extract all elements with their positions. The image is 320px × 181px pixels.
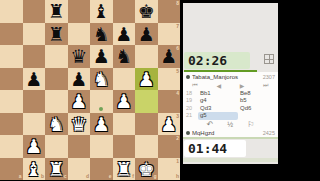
square-e3[interactable]: ♟ (90, 113, 113, 136)
square-e2[interactable] (90, 135, 113, 158)
square-h5[interactable]: 5 (158, 68, 181, 91)
top-player-rating: 2307 (263, 74, 275, 80)
move-list-card: ⏮ ◀ ▶ ⏭ 18Bb1Be819g4b520Qd3Qd621g5 ↶ ½ ⚐ (183, 81, 278, 128)
square-c2[interactable] (45, 135, 68, 158)
square-d5[interactable]: ♟ (68, 68, 91, 91)
chess-board[interactable]: ♜♝♚8♜♞♟♟7♛♟♞♟6♟♟♞♟5♟♟4♞♛♟♟3♟2a♝b♜cde♜f♚g… (0, 0, 180, 180)
white-knight: ♞ (90, 68, 113, 91)
white-pawn: ♟ (113, 90, 136, 113)
file-coordinate: e (109, 174, 112, 179)
file-coordinate: g (153, 174, 156, 179)
square-g5[interactable]: ♟ (135, 68, 158, 91)
black-rook: ♜ (45, 23, 68, 46)
rank-coordinate: 1 (176, 159, 179, 164)
square-f8[interactable] (113, 0, 136, 23)
white-move[interactable]: g5 (198, 112, 238, 119)
rank-coordinate: 5 (176, 69, 179, 74)
square-a4[interactable] (0, 90, 23, 113)
white-rook: ♜ (45, 158, 68, 181)
black-pawn: ♟ (23, 68, 46, 91)
black-pawn: ♟ (90, 45, 113, 68)
square-b1[interactable]: ♝b (23, 158, 46, 181)
file-coordinate: h (176, 174, 179, 179)
bottom-player-name[interactable]: MqHgzd (192, 130, 263, 136)
move-number: 18 (183, 90, 198, 97)
move-row: 19g4b5 (183, 97, 278, 104)
square-e4[interactable] (90, 90, 113, 113)
white-move[interactable]: g4 (198, 97, 238, 104)
last-move-button[interactable]: ⏭ (263, 82, 268, 89)
square-f6[interactable]: ♞ (113, 45, 136, 68)
square-d6[interactable]: ♛ (68, 45, 91, 68)
rank-coordinate: 3 (176, 114, 179, 119)
file-coordinate: b (41, 174, 44, 179)
square-d1[interactable]: d (68, 158, 91, 181)
move-number: 19 (183, 97, 198, 104)
square-b2[interactable]: ♟ (23, 135, 46, 158)
square-e6[interactable]: ♟ (90, 45, 113, 68)
square-a6[interactable] (0, 45, 23, 68)
square-c8[interactable]: ♜ (45, 0, 68, 23)
square-b8[interactable] (23, 0, 46, 23)
white-pawn: ♟ (158, 113, 181, 136)
square-g4[interactable] (135, 90, 158, 113)
square-h2[interactable]: 2 (158, 135, 181, 158)
square-g1[interactable]: ♚g (135, 158, 158, 181)
white-pawn: ♟ (68, 90, 91, 113)
white-pawn: ♟ (135, 68, 158, 91)
black-move[interactable]: Qd6 (238, 105, 278, 112)
white-pawn: ♟ (90, 113, 113, 136)
file-coordinate: d (86, 174, 89, 179)
square-a8[interactable] (0, 0, 23, 23)
white-rook: ♜ (113, 158, 136, 181)
square-b6[interactable] (23, 45, 46, 68)
move-row: 18Bb1Be8 (183, 90, 278, 97)
square-d8[interactable] (68, 0, 91, 23)
square-h6[interactable]: ♟6 (158, 45, 181, 68)
square-h3[interactable]: ♟3 (158, 113, 181, 136)
square-g6[interactable] (135, 45, 158, 68)
square-a1[interactable]: a (0, 158, 23, 181)
square-h1[interactable]: 1h (158, 158, 181, 181)
bottom-player-color-dot (186, 131, 190, 135)
black-knight: ♞ (90, 23, 113, 46)
square-b3[interactable] (23, 113, 46, 136)
square-e5[interactable]: ♞ (90, 68, 113, 91)
bottom-player-clock: 01:44 (184, 140, 246, 157)
square-g2[interactable] (135, 135, 158, 158)
white-pawn: ♟ (23, 135, 46, 158)
square-f2[interactable] (113, 135, 136, 158)
bottom-clock-progress-bar (183, 137, 278, 139)
side-panel: 02:26 Tabata_Manjoros 2307 ⏮ ◀ ▶ ⏭ 18Bb1… (183, 3, 278, 164)
move-list: 18Bb1Be819g4b520Qd3Qd621g5 (183, 90, 278, 120)
black-pawn: ♟ (113, 23, 136, 46)
square-f1[interactable]: ♜f (113, 158, 136, 181)
square-g3[interactable] (135, 113, 158, 136)
black-king: ♚ (135, 0, 158, 23)
move-row: 21g5 (183, 112, 278, 119)
white-bishop: ♝ (23, 158, 46, 181)
top-player-clock: 02:26 (184, 52, 250, 69)
square-b5[interactable]: ♟ (23, 68, 46, 91)
square-c7[interactable]: ♜ (45, 23, 68, 46)
square-c4[interactable] (45, 90, 68, 113)
square-f3[interactable] (113, 113, 136, 136)
white-king: ♚ (135, 158, 158, 181)
file-coordinate: a (19, 174, 22, 179)
first-move-button[interactable]: ⏮ (192, 82, 197, 89)
square-a2[interactable] (0, 135, 23, 158)
rank-coordinate: 4 (176, 91, 179, 96)
square-d4[interactable]: ♟ (68, 90, 91, 113)
square-a3[interactable] (0, 113, 23, 136)
square-a5[interactable] (0, 68, 23, 91)
square-a7[interactable] (0, 23, 23, 46)
bottom-player-rating: 2425 (263, 130, 275, 136)
square-e1[interactable]: e (90, 158, 113, 181)
black-rook: ♜ (45, 0, 68, 23)
top-player-name[interactable]: Tabata_Manjoros (192, 74, 263, 80)
rank-coordinate: 6 (176, 46, 179, 51)
square-d3[interactable]: ♛ (68, 113, 91, 136)
rank-coordinate: 8 (176, 1, 179, 6)
square-c1[interactable]: ♜c (45, 158, 68, 181)
move-number: 21 (183, 112, 198, 119)
move-number: 20 (183, 105, 198, 112)
square-h4[interactable]: 4 (158, 90, 181, 113)
move-hint-dot (99, 107, 103, 111)
black-bishop: ♝ (90, 0, 113, 23)
panel-footer-strip (183, 158, 278, 162)
square-c3[interactable]: ♞ (45, 113, 68, 136)
square-b7[interactable] (23, 23, 46, 46)
square-e8[interactable]: ♝ (90, 0, 113, 23)
prev-move-button[interactable]: ◀ (217, 82, 222, 89)
square-f4[interactable]: ♟ (113, 90, 136, 113)
black-move[interactable]: Be8 (238, 90, 278, 97)
top-player-color-dot (186, 75, 190, 79)
black-pawn: ♟ (135, 23, 158, 46)
square-d2[interactable] (68, 135, 91, 158)
file-coordinate: c (64, 174, 67, 179)
file-coordinate: f (132, 174, 134, 179)
white-move[interactable]: Bb1 (198, 90, 238, 97)
black-queen: ♛ (68, 45, 91, 68)
next-move-button[interactable]: ▶ (240, 82, 245, 89)
board-settings-icon[interactable] (264, 54, 274, 64)
rank-coordinate: 2 (176, 136, 179, 141)
move-row: 20Qd3Qd6 (183, 105, 278, 112)
black-knight: ♞ (113, 45, 136, 68)
black-move[interactable]: b5 (238, 97, 278, 104)
square-e7[interactable]: ♞ (90, 23, 113, 46)
square-c5[interactable] (45, 68, 68, 91)
rank-coordinate: 7 (176, 24, 179, 29)
move-navigation: ⏮ ◀ ▶ ⏭ (183, 81, 278, 90)
square-g7[interactable]: ♟ (135, 23, 158, 46)
square-c6[interactable] (45, 45, 68, 68)
game-screen: ♜♝♚8♜♞♟♟7♛♟♞♟6♟♟♞♟5♟♟4♞♛♟♟3♟2a♝b♜cde♜f♚g… (0, 0, 320, 180)
square-b4[interactable] (23, 90, 46, 113)
bottom-player-bar[interactable]: MqHgzd 2425 (183, 128, 278, 137)
black-pawn: ♟ (158, 45, 181, 68)
black-pawn: ♟ (68, 68, 91, 91)
white-move[interactable]: Qd3 (198, 105, 238, 112)
top-player-bar[interactable]: Tabata_Manjoros 2307 (183, 72, 278, 81)
square-g8[interactable]: ♚ (135, 0, 158, 23)
square-f5[interactable] (113, 68, 136, 91)
square-f7[interactable]: ♟ (113, 23, 136, 46)
square-h8[interactable]: 8 (158, 0, 181, 23)
white-queen: ♛ (68, 113, 91, 136)
white-knight: ♞ (45, 113, 68, 136)
square-d7[interactable] (68, 23, 91, 46)
square-h7[interactable]: 7 (158, 23, 181, 46)
